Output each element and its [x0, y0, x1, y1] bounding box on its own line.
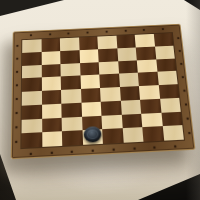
nail-dot: [92, 149, 94, 151]
square-e4[interactable]: [100, 87, 120, 101]
square-a5[interactable]: [22, 78, 42, 92]
nail-dot: [16, 71, 18, 73]
square-e2[interactable]: [101, 114, 122, 129]
board-grid: [20, 32, 185, 149]
square-b2[interactable]: [42, 117, 62, 132]
nail-dot: [178, 50, 180, 52]
square-g6[interactable]: [137, 59, 157, 73]
square-b1[interactable]: [42, 131, 62, 146]
square-h6[interactable]: [156, 58, 176, 72]
square-c7[interactable]: [60, 50, 79, 64]
square-f8[interactable]: [116, 35, 136, 48]
square-g5[interactable]: [138, 72, 158, 86]
square-h8[interactable]: [153, 33, 173, 46]
nail-dot: [15, 126, 17, 128]
nail-dot: [105, 30, 107, 32]
square-b5[interactable]: [41, 77, 61, 91]
nail-dot: [16, 45, 18, 47]
square-c3[interactable]: [61, 103, 81, 118]
square-e6[interactable]: [99, 61, 119, 75]
square-e5[interactable]: [99, 74, 119, 88]
square-f4[interactable]: [119, 86, 140, 100]
square-c5[interactable]: [61, 76, 81, 90]
nail-dot: [15, 98, 17, 100]
square-c6[interactable]: [60, 63, 80, 77]
square-g4[interactable]: [139, 85, 160, 99]
nail-dot: [15, 112, 17, 114]
square-d8[interactable]: [79, 37, 98, 50]
nail-dot: [162, 28, 164, 30]
square-f3[interactable]: [120, 100, 141, 115]
nail-dot: [177, 37, 179, 39]
nail-dot: [183, 90, 185, 92]
square-a6[interactable]: [22, 65, 41, 79]
square-d4[interactable]: [81, 88, 101, 103]
square-e8[interactable]: [97, 36, 117, 49]
nail-dot: [184, 103, 186, 105]
nail-dot: [50, 151, 52, 153]
square-b6[interactable]: [41, 64, 60, 78]
nail-dot: [186, 118, 188, 120]
square-b4[interactable]: [41, 90, 61, 105]
nail-dot: [174, 145, 176, 147]
square-e1[interactable]: [102, 128, 123, 143]
square-g7[interactable]: [136, 46, 156, 60]
nail-dot: [30, 152, 32, 154]
square-h3[interactable]: [160, 98, 181, 113]
square-d7[interactable]: [79, 49, 99, 63]
nail-dot: [133, 147, 135, 149]
nail-dot: [15, 84, 17, 86]
nail-dot: [87, 31, 89, 33]
square-c1[interactable]: [62, 130, 83, 145]
chess-board: [11, 24, 196, 160]
nail-dot: [124, 29, 126, 31]
square-h4[interactable]: [158, 84, 179, 98]
nail-dot: [112, 148, 114, 150]
square-b7[interactable]: [41, 51, 60, 65]
square-f6[interactable]: [118, 60, 138, 74]
square-h5[interactable]: [157, 71, 178, 85]
square-d5[interactable]: [80, 75, 100, 89]
nail-dot: [30, 34, 32, 36]
square-g8[interactable]: [135, 34, 155, 47]
square-f7[interactable]: [117, 47, 137, 61]
square-c8[interactable]: [60, 37, 79, 50]
square-a7[interactable]: [22, 52, 41, 66]
square-c2[interactable]: [62, 116, 82, 131]
square-f2[interactable]: [121, 113, 142, 128]
square-b8[interactable]: [41, 38, 60, 51]
square-a2[interactable]: [22, 118, 42, 133]
nail-dot: [15, 141, 17, 143]
square-b3[interactable]: [42, 103, 62, 118]
square-a4[interactable]: [22, 91, 42, 106]
square-e7[interactable]: [98, 48, 118, 62]
nail-dot: [16, 58, 18, 60]
square-c4[interactable]: [61, 89, 81, 104]
square-h1[interactable]: [162, 125, 184, 140]
square-d6[interactable]: [80, 62, 100, 76]
nail-dot: [181, 76, 183, 78]
square-g1[interactable]: [142, 126, 163, 141]
square-a8[interactable]: [22, 39, 41, 52]
square-a3[interactable]: [22, 104, 42, 119]
square-g3[interactable]: [140, 99, 161, 114]
nail-dot: [188, 132, 190, 134]
square-h2[interactable]: [161, 111, 182, 126]
photo-scene: [0, 0, 200, 200]
nail-dot: [180, 63, 182, 65]
square-g2[interactable]: [141, 112, 162, 127]
square-d3[interactable]: [81, 102, 101, 117]
square-f1[interactable]: [122, 127, 143, 142]
square-a1[interactable]: [21, 132, 41, 148]
square-f5[interactable]: [119, 73, 139, 87]
square-e3[interactable]: [101, 101, 122, 116]
square-h7[interactable]: [155, 45, 175, 59]
nail-dot: [49, 33, 51, 35]
